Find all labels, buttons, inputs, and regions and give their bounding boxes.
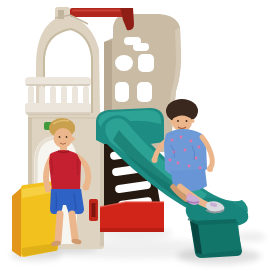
slide-base: [190, 219, 242, 258]
playset-product-photo: [0, 0, 270, 270]
red-base-panel: [100, 202, 164, 232]
boy-right-leg: [72, 214, 75, 239]
playset-scene: [0, 0, 270, 270]
red-slot-detail: [89, 199, 98, 221]
boy-tank-top: [49, 150, 81, 191]
boy-face: [54, 128, 73, 148]
boy-left-leg: [58, 214, 60, 241]
